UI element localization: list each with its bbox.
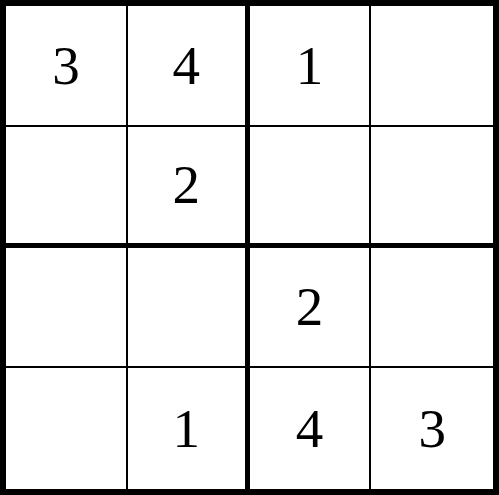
cell-r2c4[interactable] [371, 127, 493, 248]
cell-r3c3[interactable]: 2 [250, 248, 372, 369]
cell-r3c4[interactable] [371, 248, 493, 369]
cell-r2c3[interactable] [250, 127, 372, 248]
cell-r2c2[interactable]: 2 [128, 127, 250, 248]
cell-r4c3[interactable]: 4 [250, 368, 372, 489]
cell-r2c1[interactable] [6, 127, 128, 248]
cell-r4c4[interactable]: 3 [371, 368, 493, 489]
cell-r1c2[interactable]: 4 [128, 6, 250, 127]
cell-r1c4[interactable] [371, 6, 493, 127]
cell-r4c1[interactable] [6, 368, 128, 489]
sudoku-board-container: 3 4 1 2 2 1 4 3 [0, 0, 499, 495]
cell-r3c2[interactable] [128, 248, 250, 369]
cell-r3c1[interactable] [6, 248, 128, 369]
cell-r1c1[interactable]: 3 [6, 6, 128, 127]
cell-r4c2[interactable]: 1 [128, 368, 250, 489]
sudoku-grid: 3 4 1 2 2 1 4 3 [0, 0, 499, 495]
cell-r1c3[interactable]: 1 [250, 6, 372, 127]
